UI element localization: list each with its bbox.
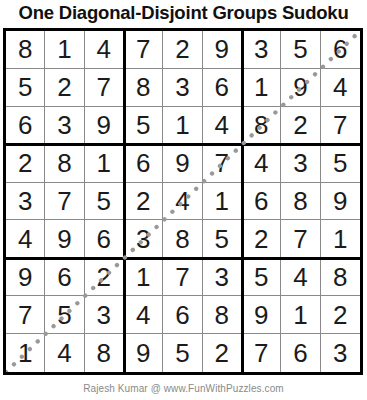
sudoku-cell: 7 (124, 31, 163, 69)
sudoku-cell: 9 (85, 107, 124, 145)
sudoku-cell: 5 (6, 69, 45, 107)
sudoku-cell: 8 (203, 296, 242, 334)
sudoku-cell: 8 (124, 69, 163, 107)
sudoku-cell: 3 (124, 220, 163, 258)
sudoku-cell: 1 (242, 69, 281, 107)
sudoku-cell: 6 (281, 334, 320, 372)
sudoku-cell: 2 (203, 334, 242, 372)
sudoku-cell: 7 (203, 145, 242, 183)
sudoku-cell: 2 (242, 220, 281, 258)
sudoku-cell: 3 (45, 107, 84, 145)
sudoku-cell: 9 (6, 258, 45, 296)
sudoku-cell: 9 (163, 145, 202, 183)
sudoku-cell: 7 (242, 334, 281, 372)
sudoku-cell: 1 (321, 220, 360, 258)
sudoku-cell: 2 (163, 31, 202, 69)
sudoku-cell: 8 (45, 145, 84, 183)
sudoku-cell: 7 (85, 69, 124, 107)
sudoku-cell: 5 (45, 296, 84, 334)
sudoku-cell: 6 (321, 31, 360, 69)
sudoku-board: 8147293565278361946395148272816974353752… (3, 28, 363, 375)
sudoku-cell: 1 (124, 258, 163, 296)
sudoku-cell: 8 (281, 183, 320, 221)
sudoku-cell: 2 (124, 183, 163, 221)
sudoku-cell: 7 (321, 107, 360, 145)
sudoku-cell: 3 (242, 31, 281, 69)
sudoku-cell: 3 (85, 296, 124, 334)
sudoku-cell: 2 (85, 258, 124, 296)
sudoku-cell: 4 (203, 107, 242, 145)
page-title: One Diagonal-Disjoint Groups Sudoku (0, 0, 367, 26)
sudoku-cell: 4 (242, 145, 281, 183)
sudoku-cell: 4 (6, 220, 45, 258)
box-divider-horizontal-1 (6, 143, 360, 146)
sudoku-cell: 7 (45, 183, 84, 221)
sudoku-cell: 5 (321, 145, 360, 183)
sudoku-cell: 6 (203, 69, 242, 107)
sudoku-cell: 1 (45, 31, 84, 69)
sudoku-cell: 1 (6, 334, 45, 372)
sudoku-cell: 2 (45, 69, 84, 107)
sudoku-cell: 1 (203, 183, 242, 221)
sudoku-cell: 3 (6, 183, 45, 221)
sudoku-cell: 6 (242, 183, 281, 221)
sudoku-cell: 5 (124, 107, 163, 145)
box-divider-vertical-2 (241, 31, 244, 372)
sudoku-cell: 4 (124, 296, 163, 334)
sudoku-cell: 7 (163, 258, 202, 296)
sudoku-cell: 4 (321, 69, 360, 107)
sudoku-cell: 3 (203, 258, 242, 296)
sudoku-cell: 7 (6, 296, 45, 334)
sudoku-cell: 1 (281, 296, 320, 334)
sudoku-cell: 9 (203, 31, 242, 69)
sudoku-cell: 6 (163, 296, 202, 334)
sudoku-cell: 5 (203, 220, 242, 258)
sudoku-cell: 4 (163, 183, 202, 221)
sudoku-cell: 7 (281, 220, 320, 258)
sudoku-cell: 9 (45, 220, 84, 258)
sudoku-cell: 6 (6, 107, 45, 145)
sudoku-cell: 8 (321, 258, 360, 296)
sudoku-cell: 8 (85, 334, 124, 372)
board-cells: 8147293565278361946395148272816974353752… (6, 31, 360, 372)
sudoku-cell: 5 (85, 183, 124, 221)
sudoku-cell: 6 (45, 258, 84, 296)
sudoku-cell: 5 (163, 334, 202, 372)
box-divider-horizontal-2 (6, 257, 360, 260)
box-divider-vertical-1 (123, 31, 126, 372)
sudoku-cell: 9 (124, 334, 163, 372)
sudoku-cell: 3 (163, 69, 202, 107)
sudoku-cell: 1 (85, 145, 124, 183)
sudoku-cell: 9 (242, 296, 281, 334)
sudoku-cell: 6 (124, 145, 163, 183)
sudoku-cell: 9 (321, 183, 360, 221)
sudoku-cell: 6 (85, 220, 124, 258)
sudoku-cell: 2 (281, 107, 320, 145)
sudoku-cell: 3 (281, 145, 320, 183)
sudoku-cell: 3 (321, 334, 360, 372)
sudoku-cell: 4 (45, 334, 84, 372)
sudoku-cell: 1 (163, 107, 202, 145)
sudoku-cell: 2 (321, 296, 360, 334)
sudoku-cell: 8 (6, 31, 45, 69)
sudoku-cell: 4 (281, 258, 320, 296)
footer-credit: Rajesh Kumar @ www.FunWithPuzzles.com (0, 383, 367, 394)
sudoku-cell: 4 (85, 31, 124, 69)
sudoku-cell: 5 (242, 258, 281, 296)
sudoku-cell: 5 (281, 31, 320, 69)
sudoku-cell: 2 (6, 145, 45, 183)
sudoku-cell: 9 (281, 69, 320, 107)
sudoku-cell: 8 (163, 220, 202, 258)
sudoku-cell: 8 (242, 107, 281, 145)
